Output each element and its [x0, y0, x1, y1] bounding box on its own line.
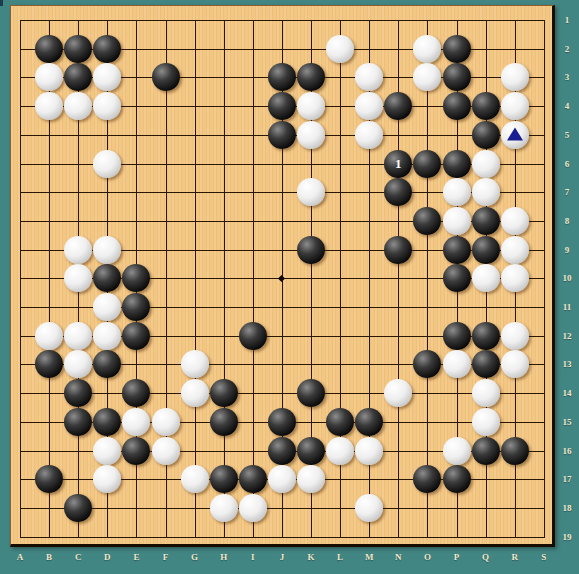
stone-black-K16[interactable]	[297, 437, 325, 465]
grid-line-horizontal	[20, 537, 545, 538]
stone-white-L16[interactable]	[326, 437, 354, 465]
stone-white-R12[interactable]	[501, 322, 529, 350]
stone-black-P2[interactable]	[443, 35, 471, 63]
col-label-K: K	[301, 552, 321, 562]
stone-white-C9[interactable]	[64, 236, 92, 264]
stone-white-Q15[interactable]	[472, 408, 500, 436]
col-label-N: N	[388, 552, 408, 562]
stone-black-P9[interactable]	[443, 236, 471, 264]
stone-white-L2[interactable]	[326, 35, 354, 63]
stone-white-R8[interactable]	[501, 207, 529, 235]
stone-white-R4[interactable]	[501, 92, 529, 120]
stone-black-Q13[interactable]	[472, 350, 500, 378]
stone-white-M16[interactable]	[355, 437, 383, 465]
col-label-H: H	[214, 552, 234, 562]
stone-black-D15[interactable]	[93, 408, 121, 436]
stone-white-G14[interactable]	[181, 379, 209, 407]
stone-white-K7[interactable]	[297, 178, 325, 206]
stone-black-J16[interactable]	[268, 437, 296, 465]
stone-black-K9[interactable]	[297, 236, 325, 264]
col-label-S: S	[534, 552, 554, 562]
stone-white-P16[interactable]	[443, 437, 471, 465]
stone-white-H18[interactable]	[210, 494, 238, 522]
stone-black-R16[interactable]	[501, 437, 529, 465]
stone-white-D12[interactable]	[93, 322, 121, 350]
stone-white-C12[interactable]	[64, 322, 92, 350]
stone-white-D9[interactable]	[93, 236, 121, 264]
row-label-7: 7	[554, 186, 579, 198]
triangle-marker-icon	[507, 127, 523, 140]
row-label-11: 11	[554, 301, 579, 313]
col-label-L: L	[330, 552, 350, 562]
stone-white-R3[interactable]	[501, 63, 529, 91]
stone-white-P8[interactable]	[443, 207, 471, 235]
stone-white-G13[interactable]	[181, 350, 209, 378]
stone-black-H17[interactable]	[210, 465, 238, 493]
stone-white-Q7[interactable]	[472, 178, 500, 206]
col-label-I: I	[243, 552, 263, 562]
stone-black-Q9[interactable]	[472, 236, 500, 264]
stone-white-M5[interactable]	[355, 121, 383, 149]
col-label-Q: Q	[476, 552, 496, 562]
move-number-label: 1	[384, 150, 412, 178]
stone-black-N6[interactable]: 1	[384, 150, 412, 178]
stone-white-K17[interactable]	[297, 465, 325, 493]
stone-white-G17[interactable]	[181, 465, 209, 493]
stone-black-B2[interactable]	[35, 35, 63, 63]
stone-white-P7[interactable]	[443, 178, 471, 206]
stone-black-J15[interactable]	[268, 408, 296, 436]
row-label-4: 4	[554, 100, 579, 112]
stone-black-N9[interactable]	[384, 236, 412, 264]
stone-black-L15[interactable]	[326, 408, 354, 436]
stone-black-E16[interactable]	[122, 437, 150, 465]
stone-white-R5[interactable]	[501, 121, 529, 149]
stone-black-E12[interactable]	[122, 322, 150, 350]
stone-white-E15[interactable]	[122, 408, 150, 436]
stone-white-Q6[interactable]	[472, 150, 500, 178]
row-label-17: 17	[554, 473, 579, 485]
stone-black-D2[interactable]	[93, 35, 121, 63]
corner-artifact	[0, 0, 3, 6]
col-label-O: O	[417, 552, 437, 562]
col-label-M: M	[359, 552, 379, 562]
stone-black-O6[interactable]	[413, 150, 441, 178]
stone-white-P13[interactable]	[443, 350, 471, 378]
stone-white-D6[interactable]	[93, 150, 121, 178]
row-label-18: 18	[554, 502, 579, 514]
row-label-9: 9	[554, 244, 579, 256]
stone-white-K4[interactable]	[297, 92, 325, 120]
col-label-F: F	[156, 552, 176, 562]
stone-black-C2[interactable]	[64, 35, 92, 63]
stone-white-R9[interactable]	[501, 236, 529, 264]
col-label-E: E	[126, 552, 146, 562]
col-label-J: J	[272, 552, 292, 562]
row-label-2: 2	[554, 43, 579, 55]
stone-white-Q10[interactable]	[472, 264, 500, 292]
row-label-16: 16	[554, 445, 579, 457]
col-label-C: C	[68, 552, 88, 562]
stone-black-Q5[interactable]	[472, 121, 500, 149]
row-label-19: 19	[554, 531, 579, 543]
grid-line-vertical	[427, 20, 428, 538]
stone-white-O2[interactable]	[413, 35, 441, 63]
stone-white-B12[interactable]	[35, 322, 63, 350]
row-label-1: 1	[554, 14, 579, 26]
stone-black-H15[interactable]	[210, 408, 238, 436]
row-label-3: 3	[554, 71, 579, 83]
stone-black-I17[interactable]	[239, 465, 267, 493]
go-viewer-screen: 1ABCDEFGHIJKLMNOPQRS12345678910111213141…	[0, 0, 579, 574]
stone-black-P4[interactable]	[443, 92, 471, 120]
row-label-10: 10	[554, 272, 579, 284]
stone-black-Q16[interactable]	[472, 437, 500, 465]
stone-black-P17[interactable]	[443, 465, 471, 493]
stone-white-Q14[interactable]	[472, 379, 500, 407]
row-label-5: 5	[554, 129, 579, 141]
grid-line-horizontal	[20, 508, 545, 509]
row-label-12: 12	[554, 330, 579, 342]
stone-black-P12[interactable]	[443, 322, 471, 350]
stone-black-J4[interactable]	[268, 92, 296, 120]
row-label-15: 15	[554, 416, 579, 428]
stone-black-C18[interactable]	[64, 494, 92, 522]
stone-white-F16[interactable]	[152, 437, 180, 465]
col-label-A: A	[10, 552, 30, 562]
stone-black-Q8[interactable]	[472, 207, 500, 235]
col-label-D: D	[97, 552, 117, 562]
stone-white-B4[interactable]	[35, 92, 63, 120]
stone-black-M15[interactable]	[355, 408, 383, 436]
row-label-8: 8	[554, 215, 579, 227]
col-label-R: R	[505, 552, 525, 562]
row-label-14: 14	[554, 387, 579, 399]
stone-black-P10[interactable]	[443, 264, 471, 292]
stone-white-R13[interactable]	[501, 350, 529, 378]
grid-line-vertical	[544, 20, 545, 538]
row-label-6: 6	[554, 158, 579, 170]
stone-black-C15[interactable]	[64, 408, 92, 436]
stone-black-P3[interactable]	[443, 63, 471, 91]
stone-black-K14[interactable]	[297, 379, 325, 407]
stone-white-F15[interactable]	[152, 408, 180, 436]
stone-white-K5[interactable]	[297, 121, 325, 149]
col-label-B: B	[39, 552, 59, 562]
col-label-G: G	[185, 552, 205, 562]
stone-white-I18[interactable]	[239, 494, 267, 522]
grid-line-horizontal	[20, 393, 545, 394]
stone-white-D16[interactable]	[93, 437, 121, 465]
stone-black-P6[interactable]	[443, 150, 471, 178]
stone-black-Q4[interactable]	[472, 92, 500, 120]
stone-black-Q12[interactable]	[472, 322, 500, 350]
stone-white-M18[interactable]	[355, 494, 383, 522]
stone-white-R10[interactable]	[501, 264, 529, 292]
stone-black-H14[interactable]	[210, 379, 238, 407]
col-label-P: P	[447, 552, 467, 562]
stone-black-J5[interactable]	[268, 121, 296, 149]
stone-white-J17[interactable]	[268, 465, 296, 493]
stone-black-I12[interactable]	[239, 322, 267, 350]
row-label-13: 13	[554, 358, 579, 370]
stone-black-F3[interactable]	[152, 63, 180, 91]
